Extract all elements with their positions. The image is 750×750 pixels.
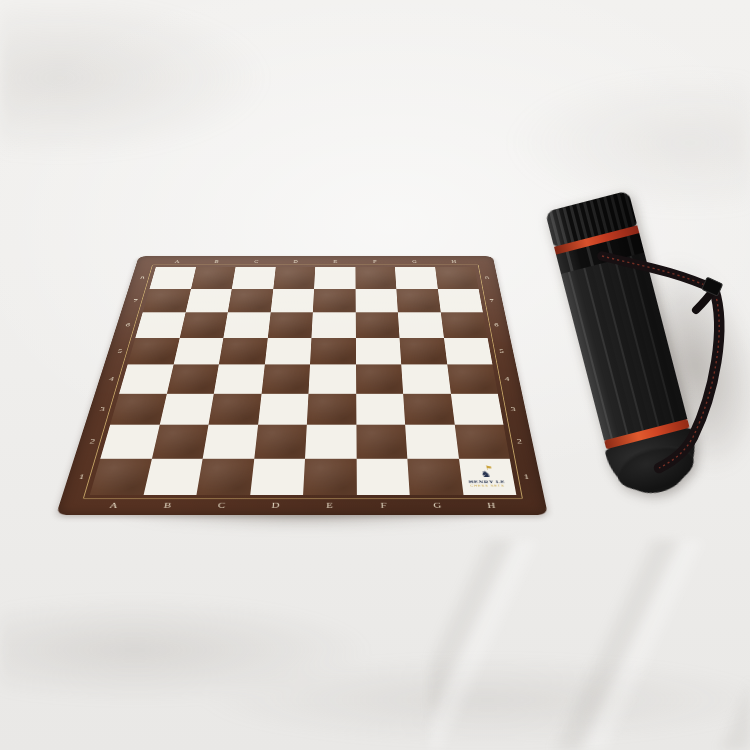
rank-label: 5 xyxy=(489,348,513,354)
rank-label: 3 xyxy=(89,405,116,412)
square-c8 xyxy=(232,267,276,289)
square-d7 xyxy=(270,289,314,312)
square-g1 xyxy=(407,458,463,495)
square-f6 xyxy=(355,312,399,337)
square-e2 xyxy=(305,425,356,459)
square-f3 xyxy=(356,393,405,424)
square-a6 xyxy=(135,312,185,337)
flag-icon: ⚑ xyxy=(484,465,493,471)
file-label: E xyxy=(315,260,355,264)
square-b3 xyxy=(159,393,214,424)
square-d2 xyxy=(254,425,307,459)
square-c4 xyxy=(214,364,265,393)
square-d4 xyxy=(261,364,310,393)
square-b1 xyxy=(143,458,203,495)
file-label: E xyxy=(302,501,356,510)
file-label: F xyxy=(355,260,395,264)
square-b5 xyxy=(173,338,223,365)
rank-label: 3 xyxy=(500,405,526,412)
file-label: H xyxy=(434,260,474,264)
chess-mat: ABCDEFGH ABCDEFGH 87654321 87654321 ⚑ ♞ … xyxy=(56,256,548,515)
square-e7 xyxy=(313,289,356,312)
square-d1 xyxy=(250,458,305,495)
rank-label: 6 xyxy=(485,322,508,328)
square-d5 xyxy=(264,338,311,365)
fabric-wrinkle xyxy=(430,540,750,750)
square-c5 xyxy=(219,338,268,365)
square-e4 xyxy=(308,364,355,393)
square-g4 xyxy=(401,364,450,393)
rank-label: 1 xyxy=(512,472,540,480)
square-a1 xyxy=(90,458,152,495)
square-a8 xyxy=(150,267,196,289)
square-b6 xyxy=(179,312,227,337)
square-f8 xyxy=(355,267,396,289)
square-a2 xyxy=(100,425,159,459)
square-d6 xyxy=(267,312,312,337)
square-a3 xyxy=(110,393,166,424)
square-f2 xyxy=(356,425,407,459)
square-e8 xyxy=(314,267,355,289)
rank-label: 8 xyxy=(131,275,153,280)
square-e5 xyxy=(310,338,356,365)
square-c6 xyxy=(223,312,270,337)
square-a4 xyxy=(119,364,173,393)
file-label: G xyxy=(410,501,465,510)
square-h4 xyxy=(447,364,498,393)
file-label: F xyxy=(356,501,410,510)
square-h8 xyxy=(435,267,479,289)
square-g7 xyxy=(396,289,440,312)
file-label: A xyxy=(86,501,142,510)
square-g8 xyxy=(395,267,438,289)
rank-label: 2 xyxy=(506,437,533,444)
square-g5 xyxy=(399,338,446,365)
square-c2 xyxy=(203,425,258,459)
square-b2 xyxy=(152,425,209,459)
brand-logo: ⚑ ♞ HENRY LE CHESS SETS xyxy=(459,459,514,494)
square-h6 xyxy=(440,312,487,337)
square-f7 xyxy=(355,289,398,312)
file-label: D xyxy=(276,260,316,264)
file-label: C xyxy=(236,260,276,264)
file-label: C xyxy=(194,501,249,510)
rank-label: 4 xyxy=(99,375,125,381)
square-h3 xyxy=(450,393,503,424)
rank-label: 1 xyxy=(67,472,96,480)
square-h2 xyxy=(454,425,509,459)
square-g6 xyxy=(398,312,444,337)
square-c7 xyxy=(228,289,273,312)
file-labels-top: ABCDEFGH xyxy=(156,256,475,267)
file-label: D xyxy=(248,501,303,510)
square-g3 xyxy=(403,393,454,424)
square-b7 xyxy=(185,289,232,312)
square-e3 xyxy=(307,393,356,424)
file-label: H xyxy=(464,501,519,510)
brand-subtitle: CHESS SETS xyxy=(470,484,505,487)
rank-label: 7 xyxy=(124,298,147,303)
rank-label: 5 xyxy=(108,348,133,354)
square-b8 xyxy=(191,267,236,289)
square-c3 xyxy=(209,393,262,424)
square-f4 xyxy=(356,364,403,393)
square-d8 xyxy=(273,267,315,289)
square-a5 xyxy=(128,338,180,365)
square-g2 xyxy=(405,425,458,459)
square-f5 xyxy=(355,338,401,365)
square-e6 xyxy=(311,312,355,337)
file-label: G xyxy=(394,260,434,264)
rank-label: 4 xyxy=(494,375,519,381)
square-d3 xyxy=(258,393,309,424)
board-grid xyxy=(90,267,517,495)
file-labels-bottom: ABCDEFGH xyxy=(84,495,520,515)
square-a7 xyxy=(143,289,191,312)
square-b4 xyxy=(167,364,219,393)
square-h5 xyxy=(444,338,493,365)
square-h7 xyxy=(437,289,482,312)
square-f1 xyxy=(356,458,410,495)
rank-label: 6 xyxy=(116,322,140,328)
file-label: B xyxy=(140,501,196,510)
rank-label: 8 xyxy=(476,275,498,280)
rank-label: 2 xyxy=(78,437,106,444)
file-label: B xyxy=(197,260,237,264)
square-e1 xyxy=(303,458,356,495)
file-label: A xyxy=(157,260,198,264)
rank-label: 7 xyxy=(480,298,503,303)
square-c1 xyxy=(196,458,253,495)
